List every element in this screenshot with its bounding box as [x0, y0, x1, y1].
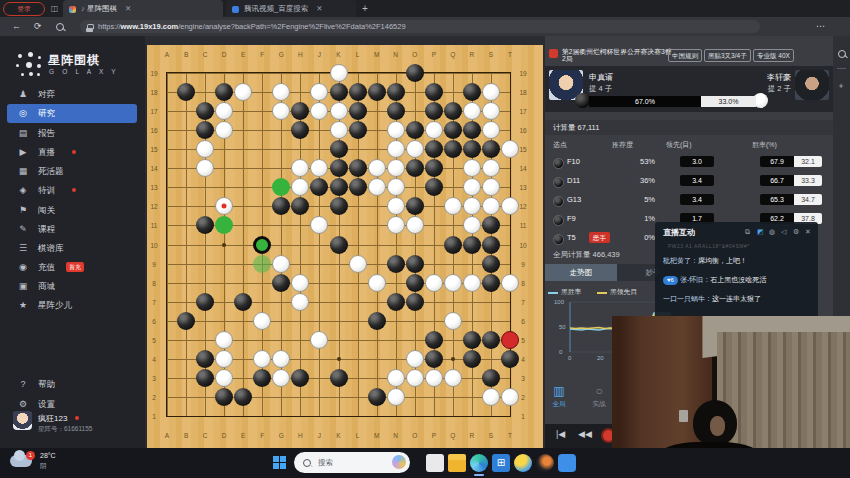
black-stone-Q16[interactable] [444, 121, 462, 139]
black-stone-Q10[interactable] [444, 236, 462, 254]
weather-temp: 28°C [40, 452, 56, 459]
white-stone-S14[interactable] [482, 159, 500, 177]
y-tick: 50 [559, 324, 566, 330]
sidebar-item-对弈[interactable]: ♟对弈 [0, 85, 145, 104]
black-stone-S5[interactable] [482, 331, 500, 349]
white-stone-G9[interactable] [272, 255, 290, 273]
url-path: /engine/analyse?backPath=%2Fengine%2Fliv… [178, 22, 405, 31]
chat-username: 张-怀旧： [680, 276, 710, 283]
black-stone-icon [553, 196, 564, 207]
col-label: K [336, 51, 340, 58]
col-label: O [412, 51, 417, 58]
black-stone-H17[interactable] [291, 102, 309, 120]
white-stone-R17[interactable] [463, 102, 481, 120]
black-stone-S10[interactable] [482, 236, 500, 254]
start-button[interactable] [273, 456, 287, 470]
col-label: E [241, 432, 245, 439]
white-stone-Q3[interactable] [444, 369, 462, 387]
white-stone-T8[interactable] [501, 274, 519, 292]
back-button[interactable]: ← [12, 21, 21, 32]
black-stone-P15[interactable] [425, 140, 443, 158]
white-stone-P16[interactable] [425, 121, 443, 139]
black-stone-S9[interactable] [482, 255, 500, 273]
black-winrate-bar: 67.0% [589, 96, 701, 107]
screen: 登录 ◫ ▢ ♪ 星阵围棋 ✕ 腾讯视频_百度搜索 ✕ + ← ⟳ https:… [0, 0, 850, 478]
white-stone-O15[interactable] [406, 140, 424, 158]
rail-search-icon[interactable] [838, 50, 846, 58]
white-stone-Q6[interactable] [444, 312, 462, 330]
white-stone-R12[interactable] [463, 197, 481, 215]
星阵少儿-icon: ★ [16, 296, 30, 315]
black-stone-S3[interactable] [482, 369, 500, 387]
white-stone-H7[interactable] [291, 293, 309, 311]
suggested-move-mark-F9[interactable] [253, 255, 271, 273]
row-label: 11 [151, 222, 158, 229]
col-label: H [298, 432, 303, 439]
sidebar-item-课程[interactable]: ✎课程 [0, 220, 145, 239]
black-stone-H12[interactable] [291, 197, 309, 215]
black-stone-O16[interactable] [406, 121, 424, 139]
chat-message: 枇杷黄了：席均衡，上吧！ [663, 256, 813, 266]
row-label: 16 [150, 127, 157, 134]
reload-button[interactable]: ⟳ [34, 21, 42, 32]
black-stone-P14[interactable] [425, 159, 443, 177]
black-stone-R15[interactable] [463, 140, 481, 158]
black-captures: 提 4 子 [589, 84, 612, 94]
black-stone-H3[interactable] [291, 369, 309, 387]
black-stone-G12[interactable] [272, 197, 290, 215]
black-stone-K10[interactable] [330, 236, 348, 254]
black-stone-R10[interactable] [463, 236, 481, 254]
white-stone-K17[interactable] [330, 102, 348, 120]
widgets-app-icon[interactable] [426, 454, 444, 472]
black-stone-H16[interactable] [291, 121, 309, 139]
col-label: F [260, 432, 264, 439]
white-stone-F4[interactable] [253, 350, 271, 368]
user-id: 星阵号：61661155 [38, 425, 92, 434]
col-label: K [336, 432, 340, 439]
col-label: N [393, 432, 398, 439]
black-stone-icon [553, 234, 564, 245]
black-stone-J13[interactable] [310, 178, 328, 196]
white-stone-M8[interactable] [368, 274, 386, 292]
black-stone-K18[interactable] [330, 83, 348, 101]
white-stone-N16[interactable] [387, 121, 405, 139]
option-row-G13[interactable]: G135%3.465.334.7 [545, 191, 833, 210]
black-stone-O8[interactable] [406, 274, 424, 292]
sidebar-item-星阵少儿[interactable]: ★星阵少儿 [0, 296, 145, 315]
legend-black-winrate-line [548, 292, 558, 294]
white-stone-T12[interactable] [501, 197, 519, 215]
option-winrate-white: 34.7 [794, 194, 822, 205]
white-stone-D17[interactable] [215, 102, 233, 120]
sidebar-item-label: 帮助 [38, 375, 55, 394]
row-label: 15 [519, 146, 526, 153]
tab-title: 星阵围棋 [87, 4, 117, 13]
white-stone-S17[interactable] [482, 102, 500, 120]
black-stone-P5[interactable] [425, 331, 443, 349]
死活题-icon: ▦ [16, 162, 30, 181]
black-stone-N18[interactable] [387, 83, 405, 101]
white-stone-J18[interactable] [310, 83, 328, 101]
white-stone-S18[interactable] [482, 83, 500, 101]
black-stone-C7[interactable] [196, 293, 214, 311]
white-stone-D3[interactable] [215, 369, 233, 387]
white-stone-S12[interactable] [482, 197, 500, 215]
rule-button-2[interactable]: 专业版 40X [753, 49, 794, 62]
black-stone-L17[interactable] [349, 102, 367, 120]
sidebar-item-商城[interactable]: ▣商城 [0, 277, 145, 296]
option-move: D11 [567, 176, 580, 185]
rail-divider [837, 68, 846, 69]
white-stone-G4[interactable] [272, 350, 290, 368]
black-stone-G8[interactable] [272, 274, 290, 292]
chat-text: 这一连串太狠了 [712, 295, 761, 302]
row-label: 1 [152, 413, 156, 420]
rule-button-1[interactable]: 黑贴3又3/4子 [704, 49, 751, 62]
chat-header-icon-1[interactable]: ◩ [757, 228, 764, 236]
app-logo-title: 星阵围棋 [48, 52, 100, 69]
black-stone-P17[interactable] [425, 102, 443, 120]
sidebar-item-label: 闯关 [38, 201, 55, 220]
col-header-move: 选点 [553, 140, 567, 150]
chat-app-icon[interactable] [558, 454, 576, 472]
new-tab-button[interactable]: + [362, 3, 368, 14]
tab-trend-graph[interactable]: 走势图 [545, 264, 617, 281]
chat-header-icon-2[interactable]: ◍ [769, 228, 775, 236]
white-stone-N15[interactable] [387, 140, 405, 158]
last-move-marker [222, 204, 227, 209]
col-label: J [318, 432, 321, 439]
black-stone-indicator [575, 93, 590, 108]
option-visits: 36% [625, 176, 655, 185]
white-stone-G3[interactable] [272, 369, 290, 387]
white-stone-K16[interactable] [330, 121, 348, 139]
file-explorer-icon[interactable] [448, 454, 466, 472]
white-stone-O4[interactable] [406, 350, 424, 368]
live-record-icon [549, 49, 558, 58]
col-label: D [222, 51, 227, 58]
black-stone-E7[interactable] [234, 293, 252, 311]
black-stone-O19[interactable] [406, 64, 424, 82]
black-stone-L14[interactable] [349, 159, 367, 177]
row-label: 15 [150, 146, 157, 153]
tab-tencent-video[interactable]: 腾讯视频_百度搜索 ✕ [226, 0, 356, 17]
first-recharge-badge: 首充 [66, 262, 84, 272]
对弈-icon: ♟ [16, 85, 30, 104]
profile-login-button[interactable]: 登录 [3, 2, 45, 16]
white-stone-H8[interactable] [291, 274, 309, 292]
option-winrate-black: 66.7 [760, 175, 794, 186]
black-stone-K3[interactable] [330, 369, 348, 387]
black-stone-S11[interactable] [482, 216, 500, 234]
chat-header-icon-5[interactable]: ✕ [805, 228, 811, 236]
col-label: N [393, 51, 398, 58]
white-stone-M13[interactable] [368, 178, 386, 196]
notification-dot [72, 150, 76, 154]
white-stone-D16[interactable] [215, 121, 233, 139]
col-label: H [298, 51, 303, 58]
microsoft-store-icon[interactable]: ⊞ [492, 454, 510, 472]
black-stone-K15[interactable] [330, 140, 348, 158]
black-stone-D2[interactable] [215, 388, 233, 406]
white-stone-G18[interactable] [272, 83, 290, 101]
white-stone-N3[interactable] [387, 369, 405, 387]
white-stone-N2[interactable] [387, 388, 405, 406]
sidebar-item-help[interactable]: ?帮助 [0, 375, 145, 394]
close-tab-icon[interactable]: ✕ [125, 4, 131, 13]
white-stone-J14[interactable] [310, 159, 328, 177]
black-stone-B6[interactable] [177, 312, 195, 330]
black-stone-O7[interactable] [406, 293, 424, 311]
col-label: Q [450, 432, 455, 439]
col-header-winrate: 胜率(%) [752, 140, 777, 150]
black-stone-R16[interactable] [463, 121, 481, 139]
row-label: 4 [152, 355, 156, 362]
notification-dot [72, 188, 76, 192]
go-board[interactable]: AA1919BB1818CC1717DD1616EE1515FF1414GG13… [147, 45, 543, 448]
white-stone-O3[interactable] [406, 369, 424, 387]
black-stone-R5[interactable] [463, 331, 481, 349]
white-stone-N12[interactable] [387, 197, 405, 215]
legend-black-lead-line [597, 292, 607, 294]
white-stone-T2[interactable] [501, 388, 519, 406]
total-calc-amount: 全局计算量 466,439 [553, 250, 620, 260]
edge-browser-icon[interactable] [470, 454, 488, 472]
chat-header-icon-3[interactable]: ◁ [781, 228, 786, 236]
black-stone-S8[interactable] [482, 274, 500, 292]
col-label: A [165, 432, 169, 439]
workspaces-icon[interactable]: ◫ [49, 3, 60, 14]
sidebar-item-死活题[interactable]: ▦死活题 [0, 162, 145, 181]
legend-black-lead: 黑领先目 [610, 287, 637, 297]
bing-search-icon [392, 455, 406, 469]
black-stone-C16[interactable] [196, 121, 214, 139]
white-stone-R8[interactable] [463, 274, 481, 292]
col-label: E [241, 51, 245, 58]
sidebar-item-直播[interactable]: ▶直播 [0, 143, 145, 162]
white-stone-S13[interactable] [482, 178, 500, 196]
row-label: 14 [519, 165, 526, 172]
row-label: 8 [521, 279, 525, 286]
充值-icon: ◉ [16, 258, 30, 277]
black-stone-M2[interactable] [368, 388, 386, 406]
option-visits: 0% [625, 233, 655, 242]
option-row-D11[interactable]: D1136%3.466.733.3 [545, 172, 833, 191]
option-winrate-white: 32.1 [794, 156, 822, 167]
white-stone-Q12[interactable] [444, 197, 462, 215]
row-label: 9 [521, 260, 525, 267]
white-stone-J5[interactable] [310, 331, 328, 349]
sidebar-item-label: 设置 [38, 395, 55, 414]
weather-app-icon[interactable] [514, 454, 532, 472]
black-stone-R18[interactable] [463, 83, 481, 101]
chat-header-icon-4[interactable]: ⚙ [793, 228, 799, 236]
chat-message: ♥6张-怀旧：右上黑也没啥死活 [663, 275, 813, 285]
white-stone-M14[interactable] [368, 159, 386, 177]
row-label: 2 [521, 394, 525, 401]
white-stone-D4[interactable] [215, 350, 233, 368]
white-stone-S2[interactable] [482, 388, 500, 406]
white-stone-J17[interactable] [310, 102, 328, 120]
black-stone-K14[interactable] [330, 159, 348, 177]
suggested-move-mark-F10[interactable] [253, 236, 271, 254]
panel-nav-实战-icon[interactable]: ○ [586, 384, 612, 398]
black-stone-O12[interactable] [406, 197, 424, 215]
row-label: 2 [152, 394, 156, 401]
black-stone-C11[interactable] [196, 216, 214, 234]
black-stone-C4[interactable] [196, 350, 214, 368]
sidebar-item-闯关[interactable]: ⚑闯关 [0, 201, 145, 220]
sidebar-item-label: 死活题 [38, 162, 64, 181]
white-stone-N14[interactable] [387, 159, 405, 177]
close-tab-icon[interactable]: ✕ [316, 4, 322, 13]
tab-golaxy[interactable]: ♪ 星阵围棋 ✕ [63, 0, 223, 17]
white-stone-R11[interactable] [463, 216, 481, 234]
row-label: 3 [521, 374, 525, 381]
white-stone-P8[interactable] [425, 274, 443, 292]
black-stone-O9[interactable] [406, 255, 424, 273]
star-point [337, 357, 341, 361]
white-stone-T15[interactable] [501, 140, 519, 158]
black-stone-D18[interactable] [215, 83, 233, 101]
black-player-name: 申真谞 [589, 72, 613, 83]
报告-icon: ▤ [16, 124, 30, 143]
black-stone-L16[interactable] [349, 121, 367, 139]
col-label: L [356, 51, 360, 58]
black-stone-Q15[interactable] [444, 140, 462, 158]
white-stone-C15[interactable] [196, 140, 214, 158]
taskbar-search-placeholder: 搜索 [318, 458, 333, 468]
black-stone-N17[interactable] [387, 102, 405, 120]
white-stone-H14[interactable] [291, 159, 309, 177]
black-stone-E2[interactable] [234, 388, 252, 406]
white-stone-R13[interactable] [463, 178, 481, 196]
golaxy-logo-icon [16, 52, 42, 78]
col-label: O [412, 432, 417, 439]
sidebar-item-棋谱库[interactable]: ☰棋谱库 [0, 239, 145, 258]
sidebar-item-研究[interactable]: ◎研究 [7, 104, 137, 123]
chat-header-icon-0[interactable]: ⧉ [745, 228, 750, 236]
特训-icon: ◈ [16, 181, 30, 200]
white-stone-O11[interactable] [406, 216, 424, 234]
search-icon[interactable] [56, 23, 64, 31]
option-row-F10[interactable]: F1053%3.067.932.1 [545, 153, 833, 172]
black-stone-C17[interactable] [196, 102, 214, 120]
rule-button-0[interactable]: 中国规则 [668, 49, 702, 62]
suggested-move-mark-D11[interactable] [215, 216, 233, 234]
option-lead: 3.4 [680, 175, 714, 186]
more-menu-icon[interactable]: ⋯ [816, 21, 825, 32]
white-stone-N11[interactable] [387, 216, 405, 234]
white-stone-K19[interactable] [330, 64, 348, 82]
white-stone-E18[interactable] [234, 83, 252, 101]
black-stone-R4[interactable] [463, 350, 481, 368]
white-stone-P3[interactable] [425, 369, 443, 387]
white-stone-L9[interactable] [349, 255, 367, 273]
black-stone-N9[interactable] [387, 255, 405, 273]
white-stone-F6[interactable] [253, 312, 271, 330]
black-stone-K12[interactable] [330, 197, 348, 215]
black-stone-B18[interactable] [177, 83, 195, 101]
panel-nav-全局-icon[interactable]: ▥ [546, 384, 572, 398]
black-stone-N7[interactable] [387, 293, 405, 311]
black-stone-Q17[interactable] [444, 102, 462, 120]
white-stone-Q8[interactable] [444, 274, 462, 292]
white-stone-N13[interactable] [387, 178, 405, 196]
col-label: T [508, 51, 512, 58]
go-to-start-button[interactable]: |◀ [556, 429, 565, 439]
col-label: M [374, 432, 379, 439]
white-stone-S16[interactable] [482, 121, 500, 139]
black-stone-M18[interactable] [368, 83, 386, 101]
fan-badge: ♥6 [663, 276, 678, 285]
row-label: 13 [150, 184, 157, 191]
col-label: G [279, 51, 284, 58]
sidebar-item-label: 棋谱库 [38, 239, 64, 258]
black-stone-P18[interactable] [425, 83, 443, 101]
black-stone-K13[interactable] [330, 178, 348, 196]
black-stone-P4[interactable] [425, 350, 443, 368]
address-bar[interactable]: https://www.19x19.com/engine/analyse?bac… [80, 20, 760, 33]
white-player-avatar [795, 70, 829, 100]
black-stone-T4[interactable] [501, 350, 519, 368]
bad-move-mark-T5[interactable] [501, 331, 519, 349]
avatar[interactable] [13, 411, 32, 430]
white-stone-H13[interactable] [291, 178, 309, 196]
col-label: M [374, 51, 379, 58]
help-icon: ? [16, 375, 30, 394]
white-stone-D5[interactable] [215, 331, 233, 349]
sidebar-item-label: 充值 [38, 258, 55, 277]
row-label: 7 [152, 298, 156, 305]
rewind-button[interactable]: ◀◀ [578, 429, 592, 439]
black-stone-L18[interactable] [349, 83, 367, 101]
panel-nav-全局[interactable]: 全局 [546, 400, 572, 409]
black-stone-S15[interactable] [482, 140, 500, 158]
black-stone-P13[interactable] [425, 178, 443, 196]
panel-nav-实战[interactable]: 实战 [586, 400, 612, 409]
black-stone-C3[interactable] [196, 369, 214, 387]
sidebar-item-特训[interactable]: ◈特训 [0, 181, 145, 200]
black-stone-L13[interactable] [349, 178, 367, 196]
white-stone-J11[interactable] [310, 216, 328, 234]
black-stone-F3[interactable] [253, 369, 271, 387]
row-label: 16 [519, 127, 526, 134]
rail-add-icon[interactable]: ＋ [837, 80, 845, 91]
chat-text: 席均衡，上吧！ [698, 257, 747, 264]
col-label: J [318, 51, 321, 58]
suggested-move-mark-G13[interactable] [272, 178, 290, 196]
row-label: 10 [519, 241, 526, 248]
tab-title: 腾讯视频_百度搜索 [244, 4, 308, 13]
row-label: 18 [150, 89, 157, 96]
sidebar-item-充值[interactable]: ◉充值首充 [0, 258, 145, 277]
y-tick: 100 [554, 299, 564, 305]
white-stone-C14[interactable] [196, 159, 214, 177]
white-stone-G17[interactable] [272, 102, 290, 120]
row-label: 12 [150, 203, 157, 210]
black-stone-M6[interactable] [368, 312, 386, 330]
white-stone-R14[interactable] [463, 159, 481, 177]
option-lead: 3.4 [680, 194, 714, 205]
match-title: 第2届衢州烂柯杯世界公开赛决赛3番2局 [562, 48, 672, 63]
app-logo-subtitle: G O L A X Y [49, 68, 119, 75]
sidebar-item-报告[interactable]: ▤报告 [0, 124, 145, 143]
row-label: 5 [521, 336, 525, 343]
music-app-icon[interactable] [536, 454, 554, 472]
black-stone-O14[interactable] [406, 159, 424, 177]
